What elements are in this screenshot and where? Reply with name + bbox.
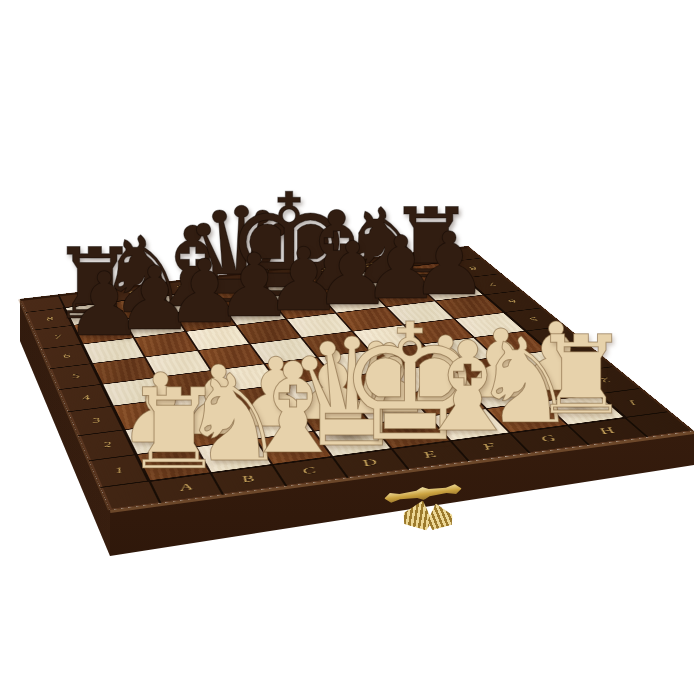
pieces-layer: ♜♞♝♛♚♝♞♜♟♟♟♟♟♟♟♟♟♟♟♟♟♟♟♟♜♞♝♛♚♝♞♜ (0, 0, 700, 700)
chess-set-photo: ABCDEFGH ABCDEFGH 87654321 87654321 ♜♞♝♛… (0, 0, 700, 700)
piece-white-rook-h1[interactable]: ♜ (533, 322, 631, 431)
